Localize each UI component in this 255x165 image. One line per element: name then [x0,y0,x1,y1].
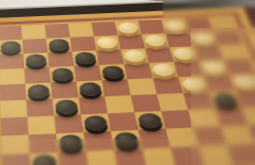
board-square[interactable] [188,109,221,128]
board-square[interactable] [24,67,51,84]
board-square[interactable] [21,25,46,40]
board-square[interactable] [72,50,99,66]
board-square[interactable] [102,79,131,96]
board-square[interactable] [185,18,213,32]
board-square[interactable] [108,112,139,131]
board-square[interactable] [183,92,215,110]
board-square[interactable] [48,51,74,67]
board-square[interactable] [208,17,237,31]
board-square[interactable] [224,59,255,75]
board-square[interactable] [68,23,94,37]
light-piece[interactable] [96,37,118,49]
board-square[interactable] [99,64,127,80]
board-square[interactable] [149,62,178,78]
dark-piece[interactable] [27,84,49,98]
board-square[interactable] [0,26,22,41]
board-square[interactable] [248,124,255,144]
board-square[interactable] [233,163,255,165]
light-piece[interactable] [151,63,175,77]
board-square[interactable] [45,24,70,39]
board-square[interactable] [218,44,248,60]
board-square[interactable] [70,36,96,51]
board-square[interactable] [51,82,79,99]
board-square[interactable] [78,97,107,115]
board-square[interactable] [235,90,255,108]
board-square[interactable] [96,49,124,65]
light-piece[interactable] [201,61,226,75]
board-square[interactable] [0,68,25,85]
board-square[interactable] [142,148,175,165]
board-square[interactable] [199,60,230,76]
board-square[interactable] [161,110,193,129]
checkers-board [0,7,255,165]
board-square[interactable] [127,78,157,95]
board-square[interactable] [28,134,57,154]
light-piece[interactable] [144,34,167,46]
board-square[interactable] [74,65,102,82]
board-square[interactable] [178,76,209,93]
board-square[interactable] [161,19,189,33]
board-square[interactable] [124,63,153,79]
board-square[interactable] [52,98,81,116]
board-square[interactable] [30,152,60,165]
light-piece[interactable] [117,22,139,34]
board-square[interactable] [229,74,255,91]
dark-piece[interactable] [212,92,239,107]
board-square[interactable] [22,38,47,53]
board-square[interactable] [131,94,161,112]
board-square[interactable] [169,46,198,62]
board-square[interactable] [165,32,193,47]
light-piece[interactable] [123,50,146,63]
board-square[interactable] [1,135,30,155]
board-square[interactable] [153,77,183,94]
dark-piece[interactable] [55,99,79,114]
board-square[interactable] [215,108,248,127]
board-square[interactable] [27,116,56,135]
scene [0,0,255,165]
board-square[interactable] [0,100,27,118]
light-piece[interactable] [164,20,187,32]
light-piece[interactable] [172,47,196,60]
board-square[interactable] [105,95,135,113]
board-square[interactable] [138,20,165,34]
light-piece[interactable] [181,77,207,91]
board-square[interactable] [194,45,224,61]
board-square[interactable] [0,39,23,54]
board-square[interactable] [76,80,104,97]
board-square[interactable] [46,37,72,52]
board-square[interactable] [166,128,199,148]
board-square[interactable] [25,83,52,100]
board-square[interactable] [81,113,111,132]
dark-piece[interactable] [83,115,108,131]
board-square[interactable] [83,131,114,151]
board-square[interactable] [1,117,29,136]
board-square[interactable] [227,144,255,165]
board-square[interactable] [145,47,174,63]
dark-piece[interactable] [79,82,102,96]
board-square[interactable] [138,129,170,149]
board-square[interactable] [121,48,149,64]
board-square[interactable] [115,21,142,35]
board-square[interactable] [56,132,86,152]
board-square[interactable] [209,91,241,109]
board-square[interactable] [26,99,54,117]
dark-piece[interactable] [114,132,140,148]
light-piece[interactable] [232,75,255,89]
board-square[interactable] [189,31,218,46]
board-frame-stripe [0,12,255,165]
board-square[interactable] [114,149,146,165]
dark-piece[interactable] [1,41,21,54]
play-area [0,17,255,165]
board-square[interactable] [111,130,143,150]
dark-piece[interactable] [74,52,96,65]
dark-piece[interactable] [51,68,73,82]
dark-piece[interactable] [32,154,57,165]
board-square[interactable] [0,84,26,101]
dark-piece[interactable] [59,134,84,150]
board-square[interactable] [199,145,234,165]
board-square[interactable] [213,30,243,45]
dark-piece[interactable] [137,113,163,129]
board-square[interactable] [204,75,235,92]
dark-piece[interactable] [25,54,46,67]
board-square[interactable] [49,66,76,83]
board-square[interactable] [141,33,169,48]
board-square[interactable] [193,126,227,146]
board-square[interactable] [2,154,31,165]
board-square[interactable] [242,106,255,125]
board-3d [0,7,255,165]
board-square[interactable] [171,146,205,165]
board-square[interactable] [58,151,89,165]
board-square[interactable] [23,52,49,68]
board-square[interactable] [157,93,188,111]
board-square[interactable] [54,115,83,134]
dark-piece[interactable] [48,39,69,52]
board-square[interactable] [94,35,121,50]
board-square[interactable] [0,54,24,70]
board-square[interactable] [221,125,255,145]
board-square[interactable] [134,111,165,130]
board-square[interactable] [86,150,118,165]
board-square[interactable] [118,34,145,49]
board-square[interactable] [91,22,117,36]
light-piece[interactable] [192,32,216,44]
dark-piece[interactable] [101,65,124,79]
board-square[interactable] [174,61,204,77]
